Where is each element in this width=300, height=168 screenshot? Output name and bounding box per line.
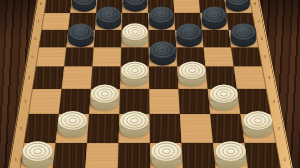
rank-label-left-1: 1 [14,157,17,162]
square-a8 [44,0,72,13]
square-g6 [202,30,231,48]
square-e4 [149,67,179,90]
square-f8[interactable] [173,0,200,13]
square-g2 [210,114,244,143]
piece-white-c3[interactable] [89,85,119,111]
square-f3 [179,89,211,114]
square-a2 [24,114,59,143]
square-a4 [32,67,64,90]
piece-white-d4[interactable] [119,61,148,86]
square-b3 [59,89,91,114]
square-a7[interactable] [42,13,71,30]
square-d1 [118,143,151,168]
piece-white-b2[interactable] [56,111,87,138]
square-c6 [94,30,122,48]
square-h3 [237,89,271,114]
piece-white-f4[interactable] [177,61,206,86]
square-h5 [231,48,262,67]
square-a5[interactable] [36,48,66,67]
table-surface: 1122334455667788 [0,0,300,168]
rank-label-right-3: 3 [272,99,275,104]
square-a6 [39,30,68,48]
square-c2 [87,114,119,143]
square-d3 [119,89,149,114]
square-b4[interactable] [62,67,93,90]
piece-black-e5[interactable] [148,41,176,65]
square-b5 [64,48,94,67]
rank-label-left-3: 3 [24,99,27,104]
square-e2 [150,114,182,143]
square-b1 [52,143,87,168]
rank-label-left-2: 2 [19,126,22,131]
square-h4[interactable] [234,67,266,90]
square-f1 [182,143,217,168]
square-c5[interactable] [92,48,121,67]
piece-white-h2[interactable] [241,111,272,138]
rank-label-right-1: 1 [283,157,286,162]
checkers-board[interactable]: 1122334455667788 [0,0,300,168]
rank-label-right-2: 2 [278,126,281,131]
square-a3[interactable] [29,89,62,114]
square-h1 [244,143,282,168]
square-f2[interactable] [180,114,213,143]
piece-white-g3[interactable] [208,85,238,111]
piece-white-d2[interactable] [118,111,149,138]
square-g5[interactable] [204,48,234,67]
square-e3[interactable] [149,89,180,114]
square-c1[interactable] [85,143,119,168]
